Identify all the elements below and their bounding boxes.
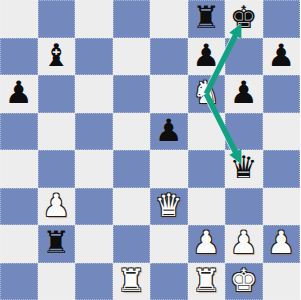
square-b8[interactable] [38, 0, 76, 38]
square-h8[interactable] [263, 0, 301, 38]
square-c3[interactable] [75, 188, 113, 226]
square-h2[interactable]: ♟ [263, 225, 301, 263]
square-h6[interactable] [263, 75, 301, 113]
square-g6[interactable]: ♟ [225, 75, 263, 113]
square-c1[interactable] [75, 263, 113, 300]
square-b3[interactable]: ♟ [38, 188, 76, 226]
square-g7[interactable] [225, 38, 263, 76]
square-a6[interactable]: ♟ [0, 75, 38, 113]
white-pawn[interactable]: ♟ [42, 190, 70, 221]
square-g3[interactable] [225, 188, 263, 226]
square-e3[interactable]: ♛ [150, 188, 188, 226]
square-f8[interactable]: ♜ [188, 0, 226, 38]
square-b2[interactable]: ♜ [38, 225, 76, 263]
square-a1[interactable] [0, 263, 38, 300]
square-c6[interactable] [75, 75, 113, 113]
black-rook[interactable]: ♜ [192, 2, 220, 33]
black-rook[interactable]: ♜ [42, 227, 70, 258]
black-pawn[interactable]: ♟ [155, 115, 183, 146]
square-e5[interactable]: ♟ [150, 113, 188, 151]
square-a2[interactable] [0, 225, 38, 263]
white-rook[interactable]: ♜ [192, 265, 220, 296]
square-d4[interactable] [113, 150, 151, 188]
black-pawn[interactable]: ♟ [230, 77, 258, 108]
square-g5[interactable] [225, 113, 263, 151]
square-a8[interactable] [0, 0, 38, 38]
square-f4[interactable] [188, 150, 226, 188]
square-d3[interactable] [113, 188, 151, 226]
white-pawn[interactable]: ♟ [267, 227, 295, 258]
black-pawn[interactable]: ♟ [5, 77, 33, 108]
square-d5[interactable] [113, 113, 151, 151]
square-d1[interactable]: ♜ [113, 263, 151, 300]
white-queen[interactable]: ♛ [155, 190, 183, 221]
white-knight[interactable]: ♞ [192, 77, 220, 108]
square-h3[interactable] [263, 188, 301, 226]
square-e1[interactable] [150, 263, 188, 300]
square-e8[interactable] [150, 0, 188, 38]
square-b4[interactable] [38, 150, 76, 188]
chess-board: ♜♚♝♟♟♟♞♟♟♛♟♛♜♟♟♟♜♜♚ [0, 0, 300, 300]
square-h1[interactable] [263, 263, 301, 300]
white-king[interactable]: ♚ [230, 265, 258, 296]
square-c7[interactable] [75, 38, 113, 76]
square-h5[interactable] [263, 113, 301, 151]
black-pawn[interactable]: ♟ [192, 40, 220, 71]
square-a5[interactable] [0, 113, 38, 151]
square-f3[interactable] [188, 188, 226, 226]
square-c2[interactable] [75, 225, 113, 263]
square-f5[interactable] [188, 113, 226, 151]
square-h4[interactable] [263, 150, 301, 188]
white-pawn[interactable]: ♟ [192, 227, 220, 258]
square-d7[interactable] [113, 38, 151, 76]
square-f7[interactable]: ♟ [188, 38, 226, 76]
square-e4[interactable] [150, 150, 188, 188]
square-d2[interactable] [113, 225, 151, 263]
square-f1[interactable]: ♜ [188, 263, 226, 300]
square-h7[interactable]: ♟ [263, 38, 301, 76]
square-e7[interactable] [150, 38, 188, 76]
white-pawn[interactable]: ♟ [230, 227, 258, 258]
square-a3[interactable] [0, 188, 38, 226]
square-e2[interactable] [150, 225, 188, 263]
square-b1[interactable] [38, 263, 76, 300]
black-pawn[interactable]: ♟ [267, 40, 295, 71]
square-f6[interactable]: ♞ [188, 75, 226, 113]
black-king[interactable]: ♚ [230, 2, 258, 33]
white-rook[interactable]: ♜ [117, 265, 145, 296]
square-f2[interactable]: ♟ [188, 225, 226, 263]
square-d6[interactable] [113, 75, 151, 113]
square-g2[interactable]: ♟ [225, 225, 263, 263]
square-c5[interactable] [75, 113, 113, 151]
square-c8[interactable] [75, 0, 113, 38]
square-a7[interactable] [0, 38, 38, 76]
square-a4[interactable] [0, 150, 38, 188]
square-g1[interactable]: ♚ [225, 263, 263, 300]
square-g8[interactable]: ♚ [225, 0, 263, 38]
black-bishop[interactable]: ♝ [42, 40, 70, 71]
square-b7[interactable]: ♝ [38, 38, 76, 76]
square-b6[interactable] [38, 75, 76, 113]
square-e6[interactable] [150, 75, 188, 113]
square-c4[interactable] [75, 150, 113, 188]
black-queen[interactable]: ♛ [230, 152, 258, 183]
square-b5[interactable] [38, 113, 76, 151]
chess-app: ♜♚♝♟♟♟♞♟♟♛♟♛♜♟♟♟♜♜♚ [0, 0, 300, 300]
square-g4[interactable]: ♛ [225, 150, 263, 188]
square-d8[interactable] [113, 0, 151, 38]
